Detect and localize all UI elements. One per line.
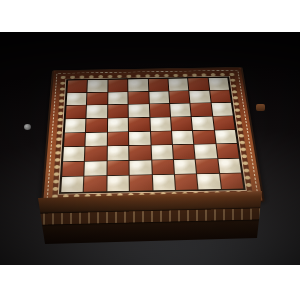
chess-square (192, 116, 214, 129)
chess-square (128, 79, 148, 91)
chess-square (107, 176, 129, 191)
chess-square (211, 103, 232, 116)
chess-box-side (34, 190, 266, 248)
chess-square (130, 160, 152, 175)
chess-square (108, 118, 128, 131)
chess-square (61, 177, 83, 192)
chess-square (193, 130, 215, 144)
chess-square (67, 93, 87, 106)
chess-square (215, 130, 237, 144)
chess-square (189, 90, 210, 103)
chess-square (84, 176, 106, 191)
chess-square (148, 79, 168, 91)
chess-square (129, 104, 149, 117)
chess-square (220, 174, 244, 189)
chess-square (88, 80, 108, 92)
chess-square (63, 147, 85, 161)
chess-square (210, 90, 231, 103)
chess-square (152, 175, 174, 190)
side-carved-band (34, 208, 266, 225)
chess-square (172, 131, 194, 145)
chess-square (107, 146, 128, 160)
chess-square (171, 117, 192, 130)
white-margin-top (0, 0, 300, 32)
chess-square (173, 145, 195, 159)
chess-square (208, 78, 229, 90)
chess-square (216, 144, 239, 158)
chess-square (86, 118, 107, 131)
chess-square (128, 92, 148, 105)
chess-square (108, 79, 127, 91)
chess-square (65, 119, 86, 132)
photo-background (0, 32, 300, 265)
chess-square (175, 175, 198, 190)
chess-square (62, 162, 84, 177)
chess-square (66, 106, 87, 119)
chess-square (151, 145, 173, 159)
chess-square (86, 132, 107, 146)
chess-square (196, 159, 219, 174)
left-hinge-knob-icon (24, 124, 31, 130)
chess-square (151, 131, 172, 145)
chess-square (108, 132, 129, 146)
chess-box-lid (41, 67, 265, 207)
chess-square (191, 103, 212, 116)
chess-square (188, 78, 208, 90)
chess-square (107, 161, 128, 176)
chess-square (169, 91, 189, 104)
chess-board (61, 78, 243, 193)
chess-square (87, 92, 107, 105)
chess-square (108, 105, 128, 118)
board-frame (41, 67, 265, 207)
chess-square (168, 78, 188, 90)
chess-square (197, 174, 220, 189)
right-hinge-tab-icon (256, 104, 265, 111)
chess-square (170, 104, 191, 117)
chess-square (129, 118, 150, 131)
chess-square (67, 80, 87, 92)
chess-square (130, 175, 152, 190)
chess-square (87, 105, 107, 118)
chess-square (85, 146, 106, 160)
chess-square (129, 146, 150, 160)
chess-square (218, 158, 241, 173)
chess-square (195, 144, 217, 158)
chess-square (174, 159, 196, 174)
chess-square (149, 91, 169, 104)
chess-square (129, 131, 150, 145)
chess-square (85, 161, 107, 176)
chess-square (108, 92, 128, 105)
white-margin-bottom (0, 265, 300, 300)
chess-square (152, 160, 174, 175)
product-photo-stage (0, 0, 300, 300)
chess-square (213, 116, 235, 129)
chess-square (64, 133, 85, 147)
chess-square (150, 117, 171, 130)
chess-square (149, 104, 170, 117)
